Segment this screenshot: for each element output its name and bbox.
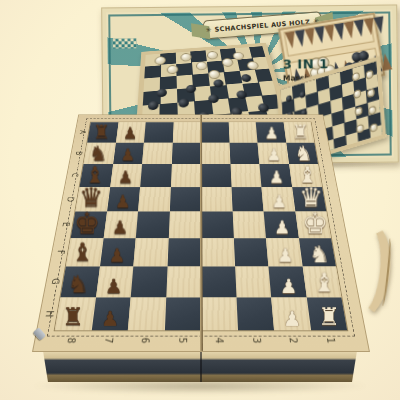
square-f3 [233,238,268,266]
square-b2: ♟ [258,142,289,164]
product-photo: ✳ SCHACHSPIEL AUS HOLZ ✳ 3 IN 1 Massives… [0,0,400,400]
chess-mini-piece-light [365,69,373,79]
square-c6 [140,164,171,187]
file-label: D [53,193,86,205]
white-pawn: ♟ [261,169,291,186]
checkers-piece-white [233,52,246,61]
square-c5 [170,164,200,187]
square-d6 [138,187,170,212]
square-f7: ♟ [100,238,136,266]
square-c7: ♟ [110,164,142,187]
square-b7: ♟ [113,142,144,164]
sun-star-icon: ✳ [205,25,212,33]
white-pawn: ♟ [259,147,288,163]
file-label: G [36,274,73,289]
square-b4 [201,142,230,164]
square-d5 [169,187,200,212]
square-c4 [201,164,231,187]
square-a1: ♜ [283,122,314,142]
square-g2: ♟ [268,266,306,297]
square-g6 [131,266,167,297]
file-label: F [42,245,78,259]
chess-board-photo: ABCDEFGH ♜♟♟♜♞♟♟♞♝♟♟♝♛♟♟♛♚♟♟♚♝♟♟♞♞♟♟♝♜♟♟… [0,90,400,400]
square-e2: ♟ [264,212,299,238]
file-label: A [67,127,97,137]
black-pawn: ♟ [100,247,134,266]
square-f6 [133,238,168,266]
square-a2: ♟ [256,122,286,142]
square-a4 [201,122,229,142]
square-g5 [166,266,201,297]
file-label: E [48,218,82,231]
white-pawn: ♟ [271,277,306,297]
square-b5 [171,142,200,164]
checkers-piece-white [206,51,218,60]
board-perspective: ABCDEFGH ♜♟♟♜♞♟♟♞♝♟♟♝♛♟♟♛♚♟♟♚♝♟♟♞♞♟♟♝♜♟♟… [28,96,372,352]
checker-deco-strip [113,38,137,48]
black-pawn: ♟ [96,277,131,297]
checkers-piece-white [222,58,235,67]
square-g4 [201,266,236,297]
black-pawn: ♟ [103,219,136,237]
checkers-piece-black [213,79,224,88]
square-e5 [168,212,201,238]
black-pawn: ♟ [113,147,142,163]
checkers-piece-white [166,65,178,75]
board-shadow [34,378,366,394]
square-d7: ♟ [107,187,141,212]
file-label: C [58,170,90,181]
square-e1: ♚ [295,212,331,238]
square-f1: ♞ [298,238,336,266]
checkers-piece-white [207,69,220,79]
square-e6 [136,212,170,238]
square-d3 [231,187,263,212]
checkers-piece-white [196,61,208,70]
square-g7: ♟ [96,266,134,297]
square-e7: ♟ [103,212,138,238]
square-e4 [201,212,234,238]
chess-mini-piece-light [352,71,360,81]
square-d4 [201,187,232,212]
square-a7: ♟ [116,122,146,142]
checkers-piece-white [181,53,193,62]
black-pawn: ♟ [110,169,140,186]
white-pawn: ♟ [268,247,302,266]
checkers-piece-black [241,74,252,82]
black-pawn: ♟ [116,126,144,142]
square-e3 [232,212,266,238]
white-knight: ♞ [302,242,336,265]
board-plane: ABCDEFGH ♜♟♟♜♞♟♟♞♝♟♟♝♛♟♟♛♚♟♟♚♝♟♟♞♞♟♟♝♜♟♟… [32,114,370,352]
square-f2: ♟ [266,238,302,266]
white-king: ♚ [298,208,331,237]
file-label: H [30,305,69,321]
square-g1: ♝ [302,266,341,297]
square-f4 [201,238,235,266]
white-pawn: ♟ [266,219,299,237]
checkers-piece-white [154,56,165,65]
square-c3 [230,164,261,187]
white-knight: ♞ [289,143,318,163]
square-a5 [172,122,200,142]
white-pawn: ♟ [257,126,285,142]
file-label: B [63,148,94,158]
checkers-piece-white [247,60,260,69]
square-c2: ♟ [259,164,291,187]
square-d2: ♟ [261,187,295,212]
square-b3 [229,142,259,164]
white-rook: ♜ [286,123,314,142]
square-g3 [235,266,271,297]
square-a3 [228,122,257,142]
square-b6 [142,142,172,164]
square-a6 [144,122,173,142]
black-pawn: ♟ [107,193,138,211]
square-f5 [167,238,201,266]
white-pawn: ♟ [264,193,295,211]
white-bishop: ♝ [306,270,341,296]
